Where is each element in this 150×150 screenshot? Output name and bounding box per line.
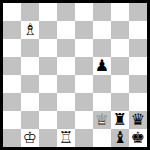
square-e5[interactable]	[75, 57, 93, 75]
black-bishop-icon: ♝	[111, 129, 129, 147]
piece-black-pawn[interactable]: ♟	[93, 57, 111, 75]
square-f7[interactable]	[93, 21, 111, 39]
square-g6[interactable]	[111, 39, 129, 57]
white-queen-icon: ♕	[93, 111, 111, 129]
square-d3[interactable]	[57, 93, 75, 111]
black-king-icon: ♚	[129, 129, 147, 147]
square-f6[interactable]	[93, 39, 111, 57]
square-h5[interactable]	[129, 57, 147, 75]
square-c2[interactable]	[39, 111, 57, 129]
square-a6[interactable]	[3, 39, 21, 57]
square-h7[interactable]	[129, 21, 147, 39]
square-b4[interactable]	[21, 75, 39, 93]
square-e2[interactable]	[75, 111, 93, 129]
square-c7[interactable]	[39, 21, 57, 39]
black-pawn-icon: ♟	[93, 57, 111, 75]
white-king-icon: ♔	[21, 129, 39, 147]
square-g2[interactable]: ♜	[111, 111, 129, 129]
square-a1[interactable]	[3, 129, 21, 147]
square-b3[interactable]	[21, 93, 39, 111]
square-g4[interactable]	[111, 75, 129, 93]
square-d6[interactable]	[57, 39, 75, 57]
square-b7[interactable]: ♝♗	[21, 21, 39, 39]
board-frame: ♝♗♟♛♕♜♛♚♔♜♖♝♚	[0, 0, 150, 150]
square-g3[interactable]	[111, 93, 129, 111]
square-c5[interactable]	[39, 57, 57, 75]
square-g5[interactable]	[111, 57, 129, 75]
square-e7[interactable]	[75, 21, 93, 39]
piece-white-rook[interactable]: ♜♖	[57, 129, 75, 147]
square-d4[interactable]	[57, 75, 75, 93]
square-b6[interactable]	[21, 39, 39, 57]
piece-white-queen[interactable]: ♛♕	[93, 111, 111, 129]
square-a4[interactable]	[3, 75, 21, 93]
square-f4[interactable]	[93, 75, 111, 93]
square-e1[interactable]	[75, 129, 93, 147]
piece-black-queen[interactable]: ♛	[129, 111, 147, 129]
square-f5[interactable]: ♟	[93, 57, 111, 75]
chess-board: ♝♗♟♛♕♜♛♚♔♜♖♝♚	[3, 3, 147, 147]
piece-white-king[interactable]: ♚♔	[21, 129, 39, 147]
square-b1[interactable]: ♚♔	[21, 129, 39, 147]
square-b8[interactable]	[21, 3, 39, 21]
square-a2[interactable]	[3, 111, 21, 129]
square-e6[interactable]	[75, 39, 93, 57]
square-h3[interactable]	[129, 93, 147, 111]
square-h8[interactable]	[129, 3, 147, 21]
square-c6[interactable]	[39, 39, 57, 57]
square-e3[interactable]	[75, 93, 93, 111]
square-g7[interactable]	[111, 21, 129, 39]
square-d8[interactable]	[57, 3, 75, 21]
square-f3[interactable]	[93, 93, 111, 111]
square-h1[interactable]: ♚	[129, 129, 147, 147]
square-a8[interactable]	[3, 3, 21, 21]
square-b5[interactable]	[21, 57, 39, 75]
square-g1[interactable]: ♝	[111, 129, 129, 147]
white-rook-icon: ♖	[57, 129, 75, 147]
square-h2[interactable]: ♛	[129, 111, 147, 129]
square-b2[interactable]	[21, 111, 39, 129]
square-c3[interactable]	[39, 93, 57, 111]
black-rook-icon: ♜	[111, 111, 129, 129]
square-c8[interactable]	[39, 3, 57, 21]
black-queen-icon: ♛	[129, 111, 147, 129]
square-a5[interactable]	[3, 57, 21, 75]
square-a3[interactable]	[3, 93, 21, 111]
square-a7[interactable]	[3, 21, 21, 39]
piece-black-rook[interactable]: ♜	[111, 111, 129, 129]
square-f2[interactable]: ♛♕	[93, 111, 111, 129]
piece-black-king[interactable]: ♚	[129, 129, 147, 147]
square-d5[interactable]	[57, 57, 75, 75]
square-e8[interactable]	[75, 3, 93, 21]
square-g8[interactable]	[111, 3, 129, 21]
piece-black-bishop[interactable]: ♝	[111, 129, 129, 147]
square-d1[interactable]: ♜♖	[57, 129, 75, 147]
square-d7[interactable]	[57, 21, 75, 39]
piece-white-bishop[interactable]: ♝♗	[21, 21, 39, 39]
square-c4[interactable]	[39, 75, 57, 93]
square-h6[interactable]	[129, 39, 147, 57]
square-f1[interactable]	[93, 129, 111, 147]
square-d2[interactable]	[57, 111, 75, 129]
white-bishop-icon: ♗	[21, 21, 39, 39]
square-e4[interactable]	[75, 75, 93, 93]
square-c1[interactable]	[39, 129, 57, 147]
square-h4[interactable]	[129, 75, 147, 93]
square-f8[interactable]	[93, 3, 111, 21]
